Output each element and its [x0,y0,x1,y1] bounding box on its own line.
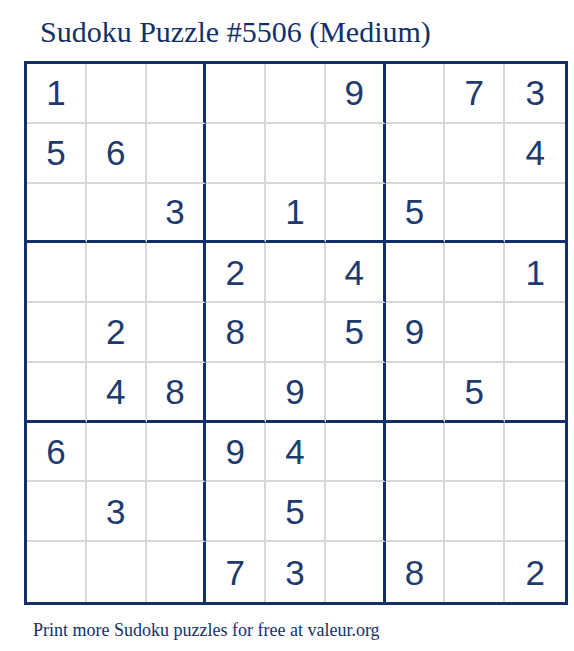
cell-r1c7 [386,64,446,124]
cell-r5c8 [445,303,505,363]
cell-r1c4 [206,64,266,124]
cell-r2c2: 6 [87,124,147,184]
cell-r8c2: 3 [87,482,147,542]
cell-r4c5 [266,243,326,303]
cell-r4c6: 4 [326,243,386,303]
cell-r9c7: 8 [386,542,446,602]
cell-r8c8 [445,482,505,542]
cell-r9c2 [87,542,147,602]
cell-r2c9: 4 [505,124,565,184]
cell-r6c2: 4 [87,363,147,423]
cell-r2c7 [386,124,446,184]
cell-r6c3: 8 [147,363,207,423]
cell-r1c9: 3 [505,64,565,124]
cell-r6c5: 9 [266,363,326,423]
cell-r6c6 [326,363,386,423]
cell-r5c7: 9 [386,303,446,363]
cell-r6c7 [386,363,446,423]
cell-r3c7: 5 [386,184,446,244]
cell-r2c4 [206,124,266,184]
cell-r2c6 [326,124,386,184]
cell-r7c1: 6 [27,423,87,483]
cell-r3c5: 1 [266,184,326,244]
cell-r1c8: 7 [445,64,505,124]
cell-r5c5 [266,303,326,363]
cell-r1c3 [147,64,207,124]
cell-r9c5: 3 [266,542,326,602]
cell-r7c2 [87,423,147,483]
sudoku-page: Sudoku Puzzle #5506 (Medium) 19735643152… [0,0,574,651]
cell-r6c4 [206,363,266,423]
cell-r3c4 [206,184,266,244]
cell-r5c1 [27,303,87,363]
cell-r4c4: 2 [206,243,266,303]
cell-r7c9 [505,423,565,483]
cell-r8c3 [147,482,207,542]
footer-text: Print more Sudoku puzzles for free at va… [33,619,380,641]
cell-r8c4 [206,482,266,542]
cell-r7c8 [445,423,505,483]
cell-r7c3 [147,423,207,483]
page-title: Sudoku Puzzle #5506 (Medium) [40,14,431,50]
cell-r8c6 [326,482,386,542]
cell-r4c3 [147,243,207,303]
cell-r5c2: 2 [87,303,147,363]
cell-r1c2 [87,64,147,124]
cell-r9c9: 2 [505,542,565,602]
cell-r4c1 [27,243,87,303]
cell-r3c6 [326,184,386,244]
cell-r3c8 [445,184,505,244]
cell-r9c1 [27,542,87,602]
cell-r4c8 [445,243,505,303]
cell-r7c5: 4 [266,423,326,483]
cell-r2c1: 5 [27,124,87,184]
cell-r9c6 [326,542,386,602]
cell-r6c8: 5 [445,363,505,423]
cell-r3c1 [27,184,87,244]
cell-r1c1: 1 [27,64,87,124]
cell-r4c7 [386,243,446,303]
cell-r8c7 [386,482,446,542]
cell-r3c3: 3 [147,184,207,244]
cell-r7c4: 9 [206,423,266,483]
cell-r3c2 [87,184,147,244]
cell-r9c4: 7 [206,542,266,602]
cell-r8c1 [27,482,87,542]
cell-r7c7 [386,423,446,483]
cell-r6c9 [505,363,565,423]
cell-r2c5 [266,124,326,184]
cell-r3c9 [505,184,565,244]
cell-r4c9: 1 [505,243,565,303]
sudoku-grid: 197356431524128594895694357382 [24,61,568,605]
cell-r9c3 [147,542,207,602]
cell-r1c5 [266,64,326,124]
cell-r4c2 [87,243,147,303]
cell-r8c9 [505,482,565,542]
cell-r7c6 [326,423,386,483]
cell-r5c6: 5 [326,303,386,363]
cell-r5c4: 8 [206,303,266,363]
cell-r2c8 [445,124,505,184]
cell-r8c5: 5 [266,482,326,542]
cell-r1c6: 9 [326,64,386,124]
cell-r2c3 [147,124,207,184]
cell-r9c8 [445,542,505,602]
cell-r5c3 [147,303,207,363]
cell-r6c1 [27,363,87,423]
cell-r5c9 [505,303,565,363]
